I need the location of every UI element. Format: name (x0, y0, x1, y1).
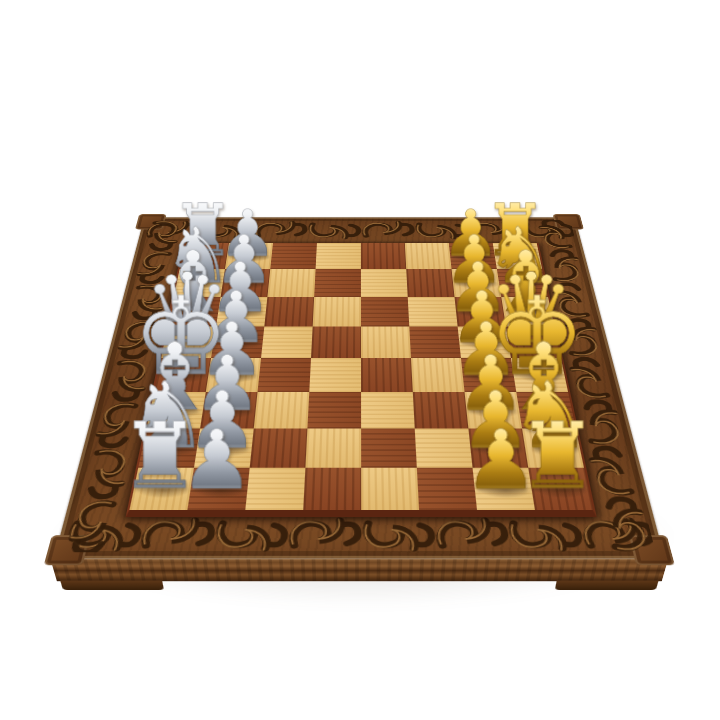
square-a3[interactable] (270, 243, 317, 269)
board-foot-right (555, 581, 659, 591)
square-a1[interactable] (180, 243, 229, 269)
square-b4[interactable] (314, 269, 361, 297)
square-c4[interactable] (313, 297, 361, 327)
square-a4[interactable] (316, 243, 361, 269)
square-c6[interactable] (408, 297, 458, 327)
chess-set-product-photo: ♜♟♟♜♞♟♟♞♝♟♟♝♛♟♟♛♚♟♟♚♝♟♟♝♞♟♟♞♜♟♟♜ (0, 0, 720, 720)
square-c5[interactable] (361, 297, 409, 327)
frame-corner (553, 214, 584, 229)
square-c3[interactable] (264, 297, 314, 327)
square-b6[interactable] (406, 269, 454, 297)
frame-corner (135, 214, 166, 229)
chess-board: ♜♟♟♜♞♟♟♞♝♟♟♝♛♟♟♛♚♟♟♚♝♟♟♝♞♟♟♞♜♟♟♜ (54, 217, 665, 558)
square-b3[interactable] (267, 269, 315, 297)
square-a6[interactable] (405, 243, 452, 269)
square-b5[interactable] (361, 269, 408, 297)
board-foot-left (60, 581, 164, 591)
square-a8[interactable] (493, 243, 542, 269)
frame-front-molding (50, 559, 668, 582)
square-d3[interactable] (261, 327, 313, 359)
square-d4[interactable] (311, 327, 361, 359)
square-a2[interactable] (225, 243, 273, 269)
square-a5[interactable] (361, 243, 406, 269)
perspective-scene: ♜♟♟♜♞♟♟♞♝♟♟♝♛♟♟♛♚♟♟♚♝♟♟♝♞♟♟♞♜♟♟♜ (0, 0, 720, 720)
square-d5[interactable] (361, 327, 411, 359)
square-a7[interactable] (449, 243, 497, 269)
